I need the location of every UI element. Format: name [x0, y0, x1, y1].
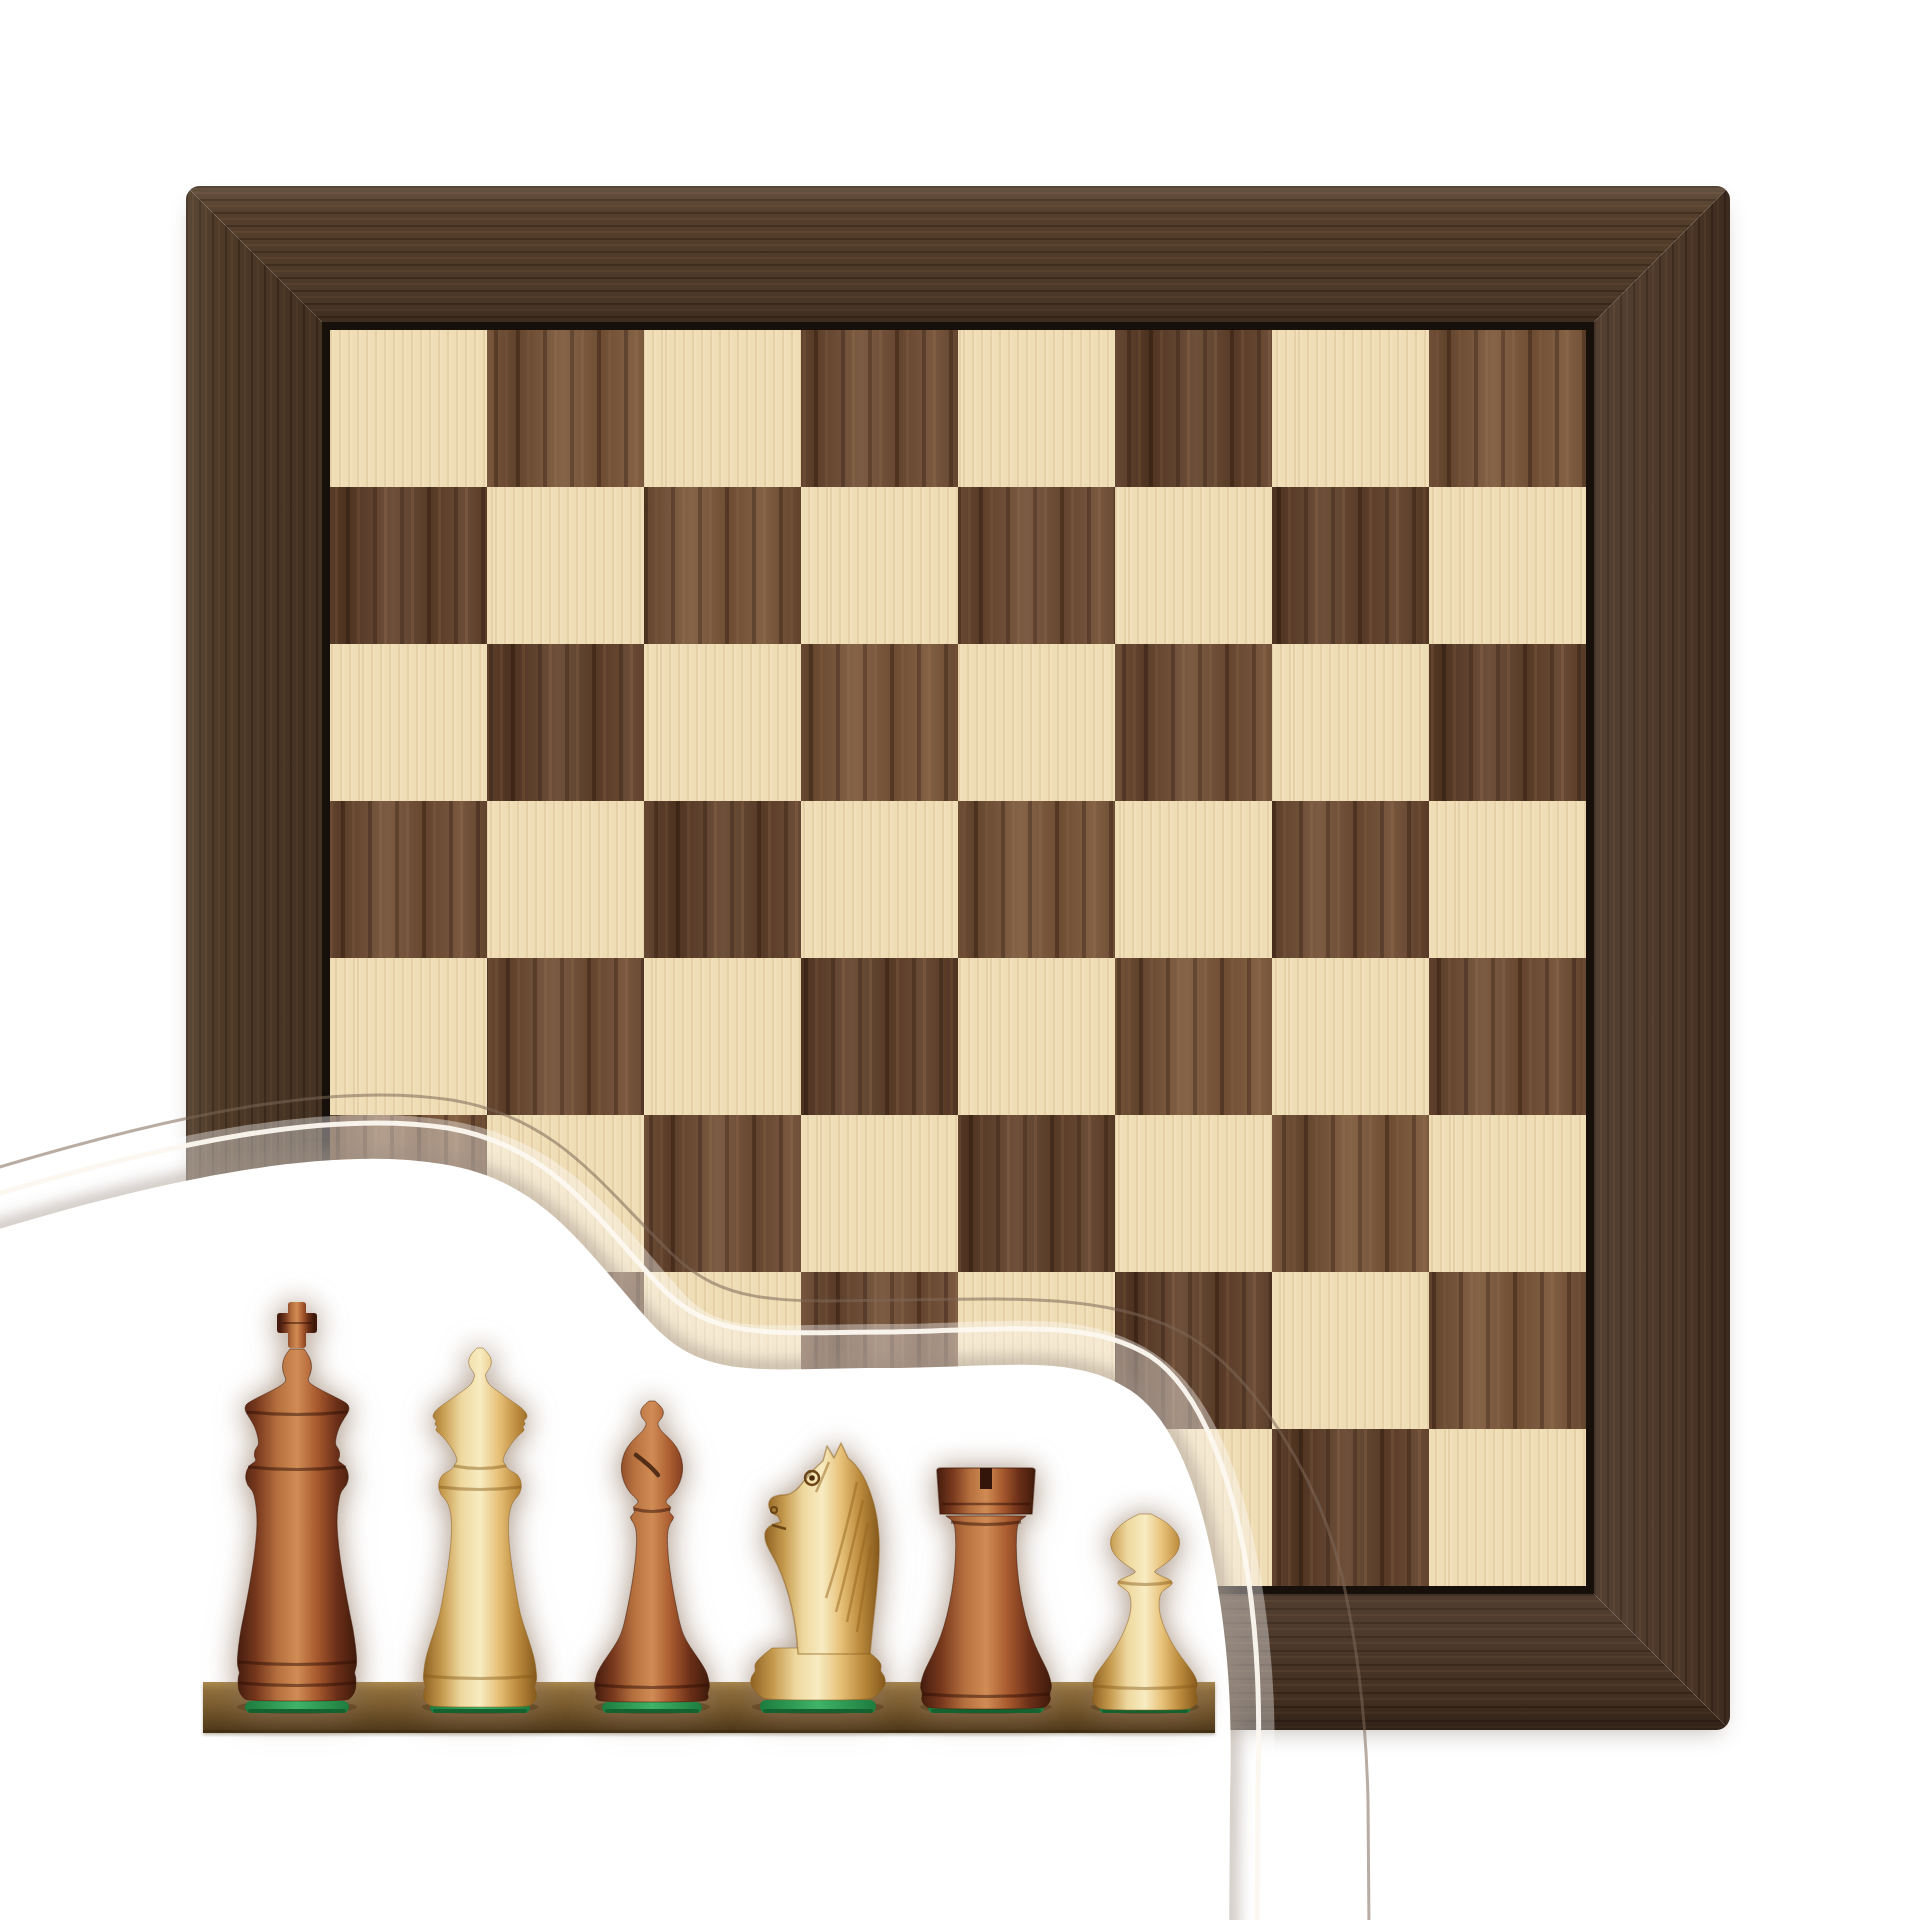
square-e7[interactable]: [958, 487, 1115, 644]
square-g5[interactable]: [1272, 801, 1429, 958]
square-c8[interactable]: [644, 330, 801, 487]
square-f3[interactable]: [1115, 1115, 1272, 1272]
square-h4[interactable]: [1429, 958, 1586, 1115]
square-e8[interactable]: [958, 330, 1115, 487]
square-b3[interactable]: [487, 1115, 644, 1272]
square-f4[interactable]: [1115, 958, 1272, 1115]
square-f7[interactable]: [1115, 487, 1272, 644]
square-f6[interactable]: [1115, 644, 1272, 801]
piece-queen-light[interactable]: [410, 1344, 550, 1714]
square-h6[interactable]: [1429, 644, 1586, 801]
piece-rook-dark[interactable]: [911, 1464, 1061, 1714]
square-h7[interactable]: [1429, 487, 1586, 644]
square-g4[interactable]: [1272, 958, 1429, 1115]
square-f8[interactable]: [1115, 330, 1272, 487]
product-photo: [0, 0, 1920, 1920]
square-a8[interactable]: [330, 330, 487, 487]
piece-knight-light[interactable]: [736, 1426, 900, 1714]
square-a4[interactable]: [330, 958, 487, 1115]
square-h8[interactable]: [1429, 330, 1586, 487]
square-h5[interactable]: [1429, 801, 1586, 958]
square-d2[interactable]: [801, 1272, 958, 1429]
square-e4[interactable]: [958, 958, 1115, 1115]
square-g2[interactable]: [1272, 1272, 1429, 1429]
piece-king-dark[interactable]: [222, 1299, 372, 1714]
board-frame-right: [1594, 186, 1730, 1730]
square-h1[interactable]: [1429, 1429, 1586, 1586]
square-g6[interactable]: [1272, 644, 1429, 801]
square-a6[interactable]: [330, 644, 487, 801]
square-a3[interactable]: [330, 1115, 487, 1272]
square-e6[interactable]: [958, 644, 1115, 801]
piece-pawn-light[interactable]: [1087, 1510, 1203, 1714]
square-h2[interactable]: [1429, 1272, 1586, 1429]
square-d5[interactable]: [801, 801, 958, 958]
square-b6[interactable]: [487, 644, 644, 801]
square-f2[interactable]: [1115, 1272, 1272, 1429]
square-d3[interactable]: [801, 1115, 958, 1272]
square-d4[interactable]: [801, 958, 958, 1115]
square-b7[interactable]: [487, 487, 644, 644]
square-e3[interactable]: [958, 1115, 1115, 1272]
square-c3[interactable]: [644, 1115, 801, 1272]
square-e5[interactable]: [958, 801, 1115, 958]
square-b5[interactable]: [487, 801, 644, 958]
square-b4[interactable]: [487, 958, 644, 1115]
square-c6[interactable]: [644, 644, 801, 801]
square-g3[interactable]: [1272, 1115, 1429, 1272]
square-c4[interactable]: [644, 958, 801, 1115]
square-b8[interactable]: [487, 330, 644, 487]
square-c5[interactable]: [644, 801, 801, 958]
square-c7[interactable]: [644, 487, 801, 644]
square-h3[interactable]: [1429, 1115, 1586, 1272]
square-d8[interactable]: [801, 330, 958, 487]
square-f5[interactable]: [1115, 801, 1272, 958]
square-g8[interactable]: [1272, 330, 1429, 487]
square-g7[interactable]: [1272, 487, 1429, 644]
square-d7[interactable]: [801, 487, 958, 644]
square-d6[interactable]: [801, 644, 958, 801]
square-g1[interactable]: [1272, 1429, 1429, 1586]
board-frame-top: [186, 186, 1730, 322]
square-a7[interactable]: [330, 487, 487, 644]
square-e2[interactable]: [958, 1272, 1115, 1429]
square-a5[interactable]: [330, 801, 487, 958]
piece-bishop-dark[interactable]: [586, 1399, 718, 1714]
